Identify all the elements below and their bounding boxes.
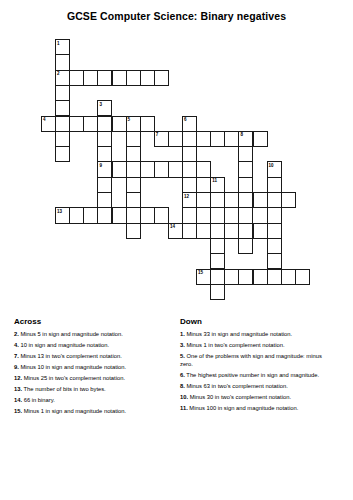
clue-number: 12: [184, 194, 189, 199]
grid-cell[interactable]: [196, 131, 211, 147]
grid-cell[interactable]: [210, 207, 225, 223]
grid-cell[interactable]: [168, 161, 183, 177]
clue-item: 5. One of the problems with sign and mag…: [180, 352, 328, 368]
grid-cell[interactable]: 14: [168, 223, 183, 239]
grid-cell[interactable]: 1: [55, 39, 70, 55]
clue-item-number: 7.: [14, 353, 19, 359]
grid-cell[interactable]: [210, 131, 225, 147]
grid-cell[interactable]: [126, 146, 141, 162]
clue-item: 3. Minus 1 in two's complement notation.: [180, 341, 328, 349]
grid-cell[interactable]: [126, 70, 141, 86]
grid-cell[interactable]: [126, 161, 141, 177]
grid-cell[interactable]: 3: [97, 100, 112, 116]
clue-item: 7. Minus 13 in two's complement notation…: [14, 352, 174, 360]
grid-cell[interactable]: [253, 192, 268, 208]
grid-cell[interactable]: 2: [55, 70, 70, 86]
grid-cell[interactable]: [224, 131, 239, 147]
grid-cell[interactable]: [126, 131, 141, 147]
grid-cell[interactable]: [253, 223, 268, 239]
grid-cell[interactable]: 7: [154, 131, 169, 147]
grid-cell[interactable]: [182, 177, 197, 193]
clue-item: 2. Minus 5 in sign and magnitude notatio…: [14, 330, 174, 338]
grid-cell[interactable]: [210, 238, 225, 254]
grid-cell[interactable]: 8: [238, 131, 253, 147]
grid-cell[interactable]: [196, 223, 211, 239]
grid-cell[interactable]: [126, 207, 141, 223]
grid-cell[interactable]: [253, 269, 268, 285]
grid-cell[interactable]: [267, 223, 282, 239]
clue-number: 5: [128, 117, 131, 122]
grid-cell[interactable]: [238, 207, 253, 223]
grid-cell[interactable]: [140, 161, 155, 177]
grid-cell[interactable]: [238, 161, 253, 177]
down-clues: Down 1. Minus 33 in sign and magnitude n…: [180, 317, 328, 415]
grid-cell[interactable]: [267, 207, 282, 223]
grid-cell[interactable]: [69, 207, 84, 223]
grid-cell[interactable]: [238, 223, 253, 239]
clue-item-number: 14.: [14, 397, 22, 403]
clue-item-number: 15.: [14, 408, 22, 414]
grid-cell[interactable]: [55, 100, 70, 116]
clue-item-number: 3.: [180, 342, 185, 348]
clue-number: 2: [57, 71, 60, 76]
grid-cell[interactable]: [224, 192, 239, 208]
clue-number: 9: [99, 163, 102, 168]
across-clues: Across 2. Minus 5 in sign and magnitude …: [14, 317, 174, 418]
clue-item-number: 2.: [14, 331, 19, 337]
clue-number: 15: [198, 270, 203, 275]
clue-number: 6: [184, 117, 187, 122]
grid-cell[interactable]: [126, 223, 141, 239]
clue-number: 14: [170, 224, 175, 229]
clue-item-number: 4.: [14, 342, 19, 348]
grid-cell[interactable]: [140, 70, 155, 86]
grid-cell[interactable]: [55, 116, 70, 132]
grid-cell[interactable]: [83, 116, 98, 132]
grid-cell[interactable]: [210, 223, 225, 239]
clue-item: 1. Minus 33 in sign and magnitude notati…: [180, 330, 328, 338]
clue-number: 8: [240, 132, 243, 137]
clue-item-number: 8.: [180, 383, 185, 389]
across-header: Across: [14, 317, 174, 326]
clue-item: 4. 10 in sign and magnitude notation.: [14, 341, 174, 349]
grid-cell[interactable]: [281, 269, 296, 285]
clue-item: 13. The number of bits in two bytes.: [14, 385, 174, 393]
grid-cell[interactable]: [182, 131, 197, 147]
grid-cell[interactable]: [55, 146, 70, 162]
crossword-grid: 123456789101112131415: [41, 39, 311, 301]
grid-cell[interactable]: [126, 192, 141, 208]
grid-cell[interactable]: [224, 269, 239, 285]
clue-number: 11: [212, 178, 217, 183]
grid-cell[interactable]: 6: [182, 116, 197, 132]
grid-cell[interactable]: [140, 116, 155, 132]
grid-cell[interactable]: [267, 238, 282, 254]
grid-cell[interactable]: [196, 192, 211, 208]
clue-item: 14. 66 in binary.: [14, 396, 174, 404]
clue-number: 4: [43, 117, 46, 122]
grid-cell[interactable]: [83, 207, 98, 223]
grid-cell[interactable]: [112, 70, 127, 86]
grid-cell[interactable]: [238, 269, 253, 285]
grid-cell[interactable]: [182, 146, 197, 162]
grid-cell[interactable]: [97, 146, 112, 162]
clue-item-number: 9.: [14, 364, 19, 370]
grid-cell[interactable]: [140, 207, 155, 223]
grid-cell[interactable]: [224, 223, 239, 239]
grid-cell[interactable]: [69, 70, 84, 86]
grid-cell[interactable]: [154, 161, 169, 177]
crossword-worksheet: GCSE Computer Science: Binary negatives …: [0, 0, 353, 500]
grid-cell[interactable]: [97, 192, 112, 208]
grid-cell[interactable]: 5: [126, 116, 141, 132]
grid-cell[interactable]: [112, 207, 127, 223]
clue-item: 10. Minus 30 in two's complement notatio…: [180, 393, 328, 401]
grid-cell[interactable]: [55, 85, 70, 101]
grid-cell[interactable]: [281, 192, 296, 208]
clue-item: 11. Minus 100 in sign and magnitude nota…: [180, 404, 328, 412]
grid-cell[interactable]: [210, 192, 225, 208]
clue-number: 3: [99, 102, 102, 107]
grid-cell[interactable]: 11: [210, 177, 225, 193]
clue-item: 9. Minus 10 in sign and magnitude notati…: [14, 363, 174, 371]
grid-cell[interactable]: [295, 269, 310, 285]
grid-cell[interactable]: [196, 161, 211, 177]
clue-item-number: 12.: [14, 375, 22, 381]
clue-item: 12. Minus 25 in two's complement notatio…: [14, 374, 174, 382]
grid-cell[interactable]: [112, 116, 127, 132]
grid-cell[interactable]: [168, 131, 183, 147]
grid-cell[interactable]: 4: [41, 116, 56, 132]
grid-cell[interactable]: [182, 223, 197, 239]
grid-cell[interactable]: [55, 54, 70, 70]
clue-number: 13: [57, 209, 62, 214]
grid-cell[interactable]: [238, 192, 253, 208]
grid-cell[interactable]: 9: [97, 161, 112, 177]
grid-cell[interactable]: [126, 177, 141, 193]
grid-cell[interactable]: [210, 269, 225, 285]
clue-item-number: 10.: [180, 394, 188, 400]
grid-cell[interactable]: [112, 161, 127, 177]
grid-cell[interactable]: [210, 284, 225, 300]
grid-cell[interactable]: [154, 70, 169, 86]
clue-item-number: 6.: [180, 372, 185, 378]
grid-cell[interactable]: [97, 116, 112, 132]
grid-cell[interactable]: [238, 238, 253, 254]
grid-cell[interactable]: [97, 70, 112, 86]
grid-cell[interactable]: [238, 146, 253, 162]
page-title: GCSE Computer Science: Binary negatives: [0, 10, 353, 22]
grid-cell[interactable]: [97, 131, 112, 147]
grid-cell[interactable]: [238, 177, 253, 193]
grid-cell[interactable]: [267, 253, 282, 269]
grid-cell[interactable]: [69, 116, 84, 132]
grid-cell[interactable]: [97, 207, 112, 223]
clue-item-number: 11.: [180, 405, 188, 411]
grid-cell[interactable]: 13: [55, 207, 70, 223]
grid-cell[interactable]: [267, 177, 282, 193]
grid-cell[interactable]: [182, 161, 197, 177]
grid-cell[interactable]: [182, 207, 197, 223]
clue-item-number: 5.: [180, 353, 185, 359]
clue-item-number: 1.: [180, 331, 185, 337]
grid-cell[interactable]: [83, 70, 98, 86]
grid-cell[interactable]: [267, 192, 282, 208]
grid-cell[interactable]: [210, 253, 225, 269]
down-header: Down: [180, 317, 328, 326]
grid-cell[interactable]: [267, 269, 282, 285]
grid-cell[interactable]: 10: [267, 161, 282, 177]
clue-number: 1: [57, 41, 60, 46]
grid-cell[interactable]: [55, 131, 70, 147]
clue-number: 10: [269, 163, 274, 168]
grid-cell[interactable]: [154, 207, 169, 223]
clue-item: 15. Minus 1 in sign and magnitude notati…: [14, 407, 174, 415]
clue-item: 8. Minus 63 in two's complement notation…: [180, 382, 328, 390]
clue-item-number: 13.: [14, 386, 22, 392]
grid-cell[interactable]: [97, 177, 112, 193]
grid-cell[interactable]: [253, 131, 268, 147]
grid-cell[interactable]: 12: [182, 192, 197, 208]
clue-number: 7: [156, 132, 159, 137]
grid-cell[interactable]: 15: [196, 269, 211, 285]
clue-item: 6. The highest positive number in sign a…: [180, 371, 328, 379]
